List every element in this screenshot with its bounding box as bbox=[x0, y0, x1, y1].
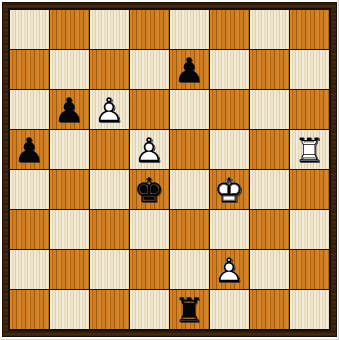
square-d6[interactable] bbox=[130, 90, 169, 129]
square-d7[interactable] bbox=[130, 50, 169, 89]
square-e8[interactable] bbox=[170, 10, 209, 49]
square-e4[interactable] bbox=[170, 170, 209, 209]
square-g1[interactable] bbox=[250, 290, 289, 329]
square-h1[interactable] bbox=[290, 290, 329, 329]
square-c4[interactable] bbox=[90, 170, 129, 209]
square-e7[interactable]: ♟ bbox=[170, 50, 209, 89]
square-f5[interactable] bbox=[210, 130, 249, 169]
square-h6[interactable] bbox=[290, 90, 329, 129]
square-f2[interactable]: ♟♙ bbox=[210, 250, 249, 289]
piece-outline-glyph: ♙ bbox=[210, 250, 249, 289]
square-a3[interactable] bbox=[10, 210, 49, 249]
square-c3[interactable] bbox=[90, 210, 129, 249]
square-h4[interactable] bbox=[290, 170, 329, 209]
board-frame: ♟♟♟♙♟♟♙♜♖♚♚♔♟♙♜ bbox=[2, 2, 337, 337]
square-c6[interactable]: ♟♙ bbox=[90, 90, 129, 129]
black-piece-icon: ♟ bbox=[170, 50, 209, 89]
square-h5[interactable]: ♜♖ bbox=[290, 130, 329, 169]
square-e3[interactable] bbox=[170, 210, 209, 249]
square-f6[interactable] bbox=[210, 90, 249, 129]
piece-glyph: ♚ bbox=[130, 170, 169, 209]
white-piece-icon: ♜♖ bbox=[290, 130, 329, 169]
square-g2[interactable] bbox=[250, 250, 289, 289]
square-d4[interactable]: ♚ bbox=[130, 170, 169, 209]
square-g5[interactable] bbox=[250, 130, 289, 169]
piece-outline-glyph: ♙ bbox=[90, 90, 129, 129]
square-a1[interactable] bbox=[10, 290, 49, 329]
piece-outline-glyph: ♔ bbox=[210, 170, 249, 209]
square-f8[interactable] bbox=[210, 10, 249, 49]
piece-glyph: ♟ bbox=[10, 130, 49, 169]
black-piece-icon: ♚ bbox=[130, 170, 169, 209]
square-e5[interactable] bbox=[170, 130, 209, 169]
square-d3[interactable] bbox=[130, 210, 169, 249]
square-a4[interactable] bbox=[10, 170, 49, 209]
square-e6[interactable] bbox=[170, 90, 209, 129]
square-e2[interactable] bbox=[170, 250, 209, 289]
piece-outline-glyph: ♖ bbox=[290, 130, 329, 169]
square-b8[interactable] bbox=[50, 10, 89, 49]
square-h3[interactable] bbox=[290, 210, 329, 249]
piece-glyph: ♟ bbox=[50, 90, 89, 129]
square-d2[interactable] bbox=[130, 250, 169, 289]
square-b6[interactable]: ♟ bbox=[50, 90, 89, 129]
square-d8[interactable] bbox=[130, 10, 169, 49]
square-a5[interactable]: ♟ bbox=[10, 130, 49, 169]
square-h8[interactable] bbox=[290, 10, 329, 49]
square-c7[interactable] bbox=[90, 50, 129, 89]
square-b2[interactable] bbox=[50, 250, 89, 289]
square-h2[interactable] bbox=[290, 250, 329, 289]
black-piece-icon: ♟ bbox=[10, 130, 49, 169]
square-f4[interactable]: ♚♔ bbox=[210, 170, 249, 209]
piece-glyph: ♜ bbox=[170, 290, 209, 329]
square-e1[interactable]: ♜ bbox=[170, 290, 209, 329]
square-d1[interactable] bbox=[130, 290, 169, 329]
square-a2[interactable] bbox=[10, 250, 49, 289]
piece-glyph: ♟ bbox=[170, 50, 209, 89]
square-c2[interactable] bbox=[90, 250, 129, 289]
white-piece-icon: ♚♔ bbox=[210, 170, 249, 209]
white-piece-icon: ♟♙ bbox=[130, 130, 169, 169]
black-piece-icon: ♜ bbox=[170, 290, 209, 329]
chess-diagram: ♟♟♟♙♟♟♙♜♖♚♚♔♟♙♜ bbox=[0, 0, 339, 340]
square-c1[interactable] bbox=[90, 290, 129, 329]
piece-glyph: ♟ bbox=[90, 90, 129, 129]
square-a6[interactable] bbox=[10, 90, 49, 129]
square-g3[interactable] bbox=[250, 210, 289, 249]
piece-glyph: ♜ bbox=[290, 130, 329, 169]
square-c5[interactable] bbox=[90, 130, 129, 169]
square-g8[interactable] bbox=[250, 10, 289, 49]
square-b7[interactable] bbox=[50, 50, 89, 89]
square-b4[interactable] bbox=[50, 170, 89, 209]
piece-glyph: ♚ bbox=[210, 170, 249, 209]
square-b3[interactable] bbox=[50, 210, 89, 249]
square-a7[interactable] bbox=[10, 50, 49, 89]
square-d5[interactable]: ♟♙ bbox=[130, 130, 169, 169]
square-g6[interactable] bbox=[250, 90, 289, 129]
square-c8[interactable] bbox=[90, 10, 129, 49]
square-f3[interactable] bbox=[210, 210, 249, 249]
white-piece-icon: ♟♙ bbox=[90, 90, 129, 129]
piece-outline-glyph: ♙ bbox=[130, 130, 169, 169]
square-b1[interactable] bbox=[50, 290, 89, 329]
piece-glyph: ♟ bbox=[210, 250, 249, 289]
white-piece-icon: ♟♙ bbox=[210, 250, 249, 289]
square-b5[interactable] bbox=[50, 130, 89, 169]
piece-glyph: ♟ bbox=[130, 130, 169, 169]
square-g7[interactable] bbox=[250, 50, 289, 89]
square-g4[interactable] bbox=[250, 170, 289, 209]
square-a8[interactable] bbox=[10, 10, 49, 49]
square-h7[interactable] bbox=[290, 50, 329, 89]
black-piece-icon: ♟ bbox=[50, 90, 89, 129]
square-f1[interactable] bbox=[210, 290, 249, 329]
chess-board: ♟♟♟♙♟♟♙♜♖♚♚♔♟♙♜ bbox=[8, 8, 331, 331]
square-f7[interactable] bbox=[210, 50, 249, 89]
